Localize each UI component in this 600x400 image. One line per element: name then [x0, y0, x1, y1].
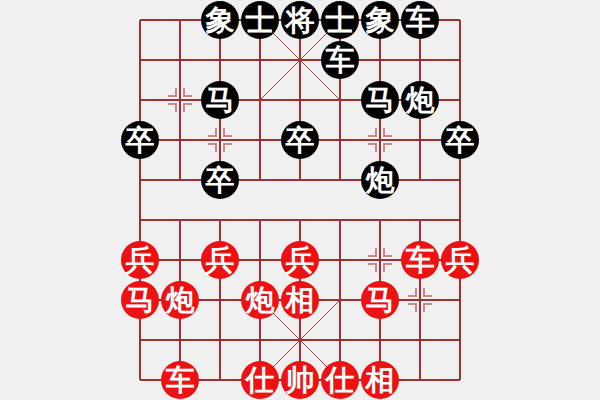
- piece-black-车[interactable]: 车: [321, 41, 359, 79]
- piece-black-车[interactable]: 车: [401, 1, 439, 39]
- piece-red-炮[interactable]: 炮: [161, 281, 199, 319]
- piece-red-马[interactable]: 马: [121, 281, 159, 319]
- piece-red-仕[interactable]: 仕: [241, 361, 279, 399]
- piece-black-士[interactable]: 士: [321, 1, 359, 39]
- piece-black-炮[interactable]: 炮: [401, 81, 439, 119]
- piece-black-象[interactable]: 象: [361, 1, 399, 39]
- piece-red-车[interactable]: 车: [401, 241, 439, 279]
- piece-red-车[interactable]: 车: [161, 361, 199, 399]
- pieces-layer: 象士将士象车车马马炮卒卒卒卒炮兵兵兵车兵马炮炮相马车仕帅仕相: [0, 0, 600, 400]
- xiangqi-board[interactable]: 象士将士象车车马马炮卒卒卒卒炮兵兵兵车兵马炮炮相马车仕帅仕相: [0, 0, 600, 400]
- piece-black-卒[interactable]: 卒: [201, 161, 239, 199]
- piece-red-兵[interactable]: 兵: [201, 241, 239, 279]
- piece-red-兵[interactable]: 兵: [121, 241, 159, 279]
- piece-red-相[interactable]: 相: [361, 361, 399, 399]
- piece-black-卒[interactable]: 卒: [121, 121, 159, 159]
- piece-red-仕[interactable]: 仕: [321, 361, 359, 399]
- piece-red-帅[interactable]: 帅: [281, 361, 319, 399]
- piece-black-士[interactable]: 士: [241, 1, 279, 39]
- piece-black-马[interactable]: 马: [361, 81, 399, 119]
- piece-black-象[interactable]: 象: [201, 1, 239, 39]
- piece-black-马[interactable]: 马: [201, 81, 239, 119]
- piece-black-卒[interactable]: 卒: [281, 121, 319, 159]
- piece-red-兵[interactable]: 兵: [281, 241, 319, 279]
- piece-red-炮[interactable]: 炮: [241, 281, 279, 319]
- piece-red-兵[interactable]: 兵: [441, 241, 479, 279]
- piece-black-将[interactable]: 将: [281, 1, 319, 39]
- piece-red-马[interactable]: 马: [361, 281, 399, 319]
- piece-black-卒[interactable]: 卒: [441, 121, 479, 159]
- piece-black-炮[interactable]: 炮: [361, 161, 399, 199]
- piece-red-相[interactable]: 相: [281, 281, 319, 319]
